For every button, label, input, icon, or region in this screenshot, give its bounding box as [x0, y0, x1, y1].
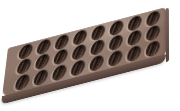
- pit-r1-c5[interactable]: [89, 26, 107, 40]
- pit-r1-c6[interactable]: [107, 21, 125, 35]
- pit-r2-c2[interactable]: [33, 55, 51, 70]
- tray-right-wall: [165, 8, 169, 63]
- board-grid: [2, 7, 166, 97]
- pit-r1-c7[interactable]: [126, 16, 144, 30]
- pit-r3-c1[interactable]: [13, 75, 32, 90]
- pit-r3-c4[interactable]: [69, 60, 87, 75]
- pit-r3-c8[interactable]: [144, 41, 162, 56]
- pit-r2-c6[interactable]: [107, 36, 125, 51]
- pit-r2-c5[interactable]: [88, 41, 106, 56]
- pit-r1-c2[interactable]: [34, 40, 52, 55]
- pit-r2-c4[interactable]: [70, 45, 88, 60]
- pit-r2-c7[interactable]: [125, 31, 143, 46]
- pit-r1-c1[interactable]: [16, 45, 34, 60]
- pit-r2-c8[interactable]: [144, 26, 162, 41]
- pit-r3-c5[interactable]: [87, 56, 105, 71]
- pit-r2-c3[interactable]: [51, 50, 69, 65]
- pit-r3-c3[interactable]: [50, 65, 68, 80]
- mancala-board-tray: [2, 7, 166, 97]
- pit-r2-c1[interactable]: [15, 59, 33, 74]
- pit-r1-c8[interactable]: [144, 12, 161, 26]
- pit-r1-c3[interactable]: [53, 35, 71, 50]
- photo-stage: [0, 0, 180, 111]
- pit-r3-c7[interactable]: [125, 46, 143, 61]
- pit-r3-c2[interactable]: [31, 70, 49, 85]
- pit-r3-c6[interactable]: [106, 51, 124, 66]
- pit-r1-c4[interactable]: [71, 30, 89, 44]
